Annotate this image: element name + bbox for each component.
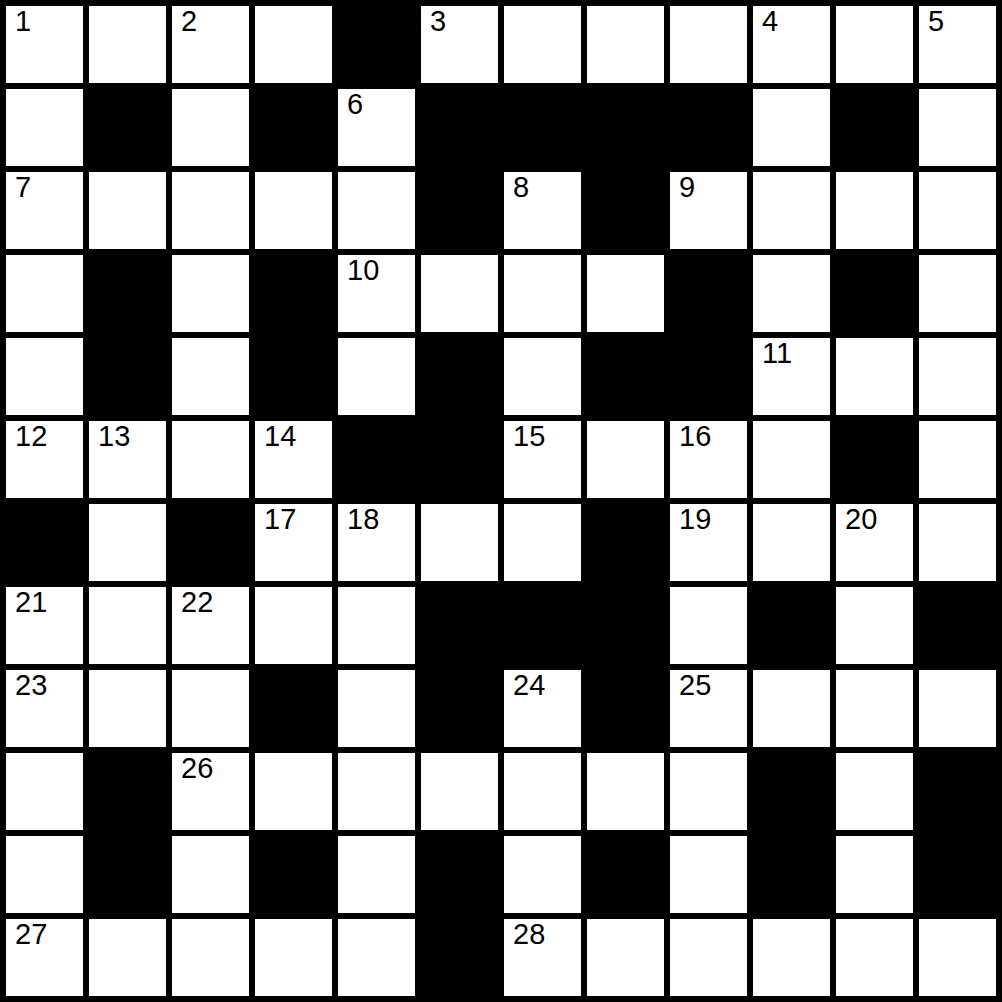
block-r9c1 (89, 753, 166, 830)
block-r4c3 (255, 338, 332, 415)
clue-number-21: 21 (15, 588, 47, 617)
block-r3c1 (89, 255, 166, 332)
cell-r5c1[interactable]: 13 (89, 421, 166, 498)
clue-number-1: 1 (15, 7, 31, 36)
cell-r10c8[interactable] (670, 836, 747, 913)
block-r1c10 (836, 89, 913, 166)
cell-r8c11[interactable] (919, 670, 996, 747)
cell-r2c6[interactable]: 8 (504, 172, 581, 249)
clue-number-20: 20 (845, 505, 877, 534)
cell-r4c10[interactable] (836, 338, 913, 415)
block-r6c7 (587, 504, 664, 581)
cell-r9c7[interactable] (587, 753, 664, 830)
cell-r2c9[interactable] (753, 172, 830, 249)
cell-r8c0[interactable]: 23 (6, 670, 83, 747)
block-r1c1 (89, 89, 166, 166)
cell-r11c6[interactable]: 28 (504, 919, 581, 996)
cell-r0c10[interactable] (836, 6, 913, 83)
cell-r11c0[interactable]: 27 (6, 919, 83, 996)
cell-r2c11[interactable] (919, 172, 996, 249)
clue-number-8: 8 (513, 173, 529, 202)
cell-r7c4[interactable] (338, 587, 415, 664)
block-r10c3 (255, 836, 332, 913)
block-r8c3 (255, 670, 332, 747)
block-r10c7 (587, 836, 664, 913)
cell-r0c2[interactable]: 2 (172, 6, 249, 83)
block-r11c5 (421, 919, 498, 996)
block-r3c8 (670, 255, 747, 332)
cell-r4c2[interactable] (172, 338, 249, 415)
block-r6c0 (6, 504, 83, 581)
cell-r9c2[interactable]: 26 (172, 753, 249, 830)
cell-r3c11[interactable] (919, 255, 996, 332)
cell-r2c1[interactable] (89, 172, 166, 249)
cell-r8c2[interactable] (172, 670, 249, 747)
cell-r6c5[interactable] (421, 504, 498, 581)
cell-r4c9[interactable]: 11 (753, 338, 830, 415)
cell-r1c4[interactable]: 6 (338, 89, 415, 166)
block-r7c7 (587, 587, 664, 664)
cell-r6c1[interactable] (89, 504, 166, 581)
cell-r8c9[interactable] (753, 670, 830, 747)
block-r5c10 (836, 421, 913, 498)
cell-r7c10[interactable] (836, 587, 913, 664)
clue-number-23: 23 (15, 671, 47, 700)
clue-number-15: 15 (513, 422, 545, 451)
clue-number-12: 12 (15, 422, 47, 451)
clue-number-17: 17 (264, 505, 296, 534)
clue-number-5: 5 (928, 7, 944, 36)
cell-r2c3[interactable] (255, 172, 332, 249)
cell-r10c2[interactable] (172, 836, 249, 913)
cell-r9c4[interactable] (338, 753, 415, 830)
block-r10c11 (919, 836, 996, 913)
cell-r4c6[interactable] (504, 338, 581, 415)
cell-r5c8[interactable]: 16 (670, 421, 747, 498)
cell-r4c4[interactable] (338, 338, 415, 415)
cell-r0c3[interactable] (255, 6, 332, 83)
cell-r11c3[interactable] (255, 919, 332, 996)
block-r10c9 (753, 836, 830, 913)
cell-r9c5[interactable] (421, 753, 498, 830)
block-r3c10 (836, 255, 913, 332)
cell-r9c3[interactable] (255, 753, 332, 830)
cell-r2c0[interactable]: 7 (6, 172, 83, 249)
clue-number-2: 2 (181, 7, 197, 36)
cell-r5c3[interactable]: 14 (255, 421, 332, 498)
cell-r3c5[interactable] (421, 255, 498, 332)
cell-r2c8[interactable]: 9 (670, 172, 747, 249)
block-r10c1 (89, 836, 166, 913)
cell-r5c0[interactable]: 12 (6, 421, 83, 498)
block-r1c8 (670, 89, 747, 166)
cell-r2c10[interactable] (836, 172, 913, 249)
cell-r7c2[interactable]: 22 (172, 587, 249, 664)
cell-r0c1[interactable] (89, 6, 166, 83)
cell-r11c2[interactable] (172, 919, 249, 996)
cell-r8c4[interactable] (338, 670, 415, 747)
cell-r6c6[interactable] (504, 504, 581, 581)
cell-r1c2[interactable] (172, 89, 249, 166)
cell-r0c8[interactable] (670, 6, 747, 83)
block-r4c5 (421, 338, 498, 415)
cell-r0c9[interactable]: 4 (753, 6, 830, 83)
block-r7c9 (753, 587, 830, 664)
cell-r0c5[interactable]: 3 (421, 6, 498, 83)
cell-r0c7[interactable] (587, 6, 664, 83)
cell-r0c0[interactable]: 1 (6, 6, 83, 83)
cell-r11c1[interactable] (89, 919, 166, 996)
cell-r6c10[interactable]: 20 (836, 504, 913, 581)
block-r7c5 (421, 587, 498, 664)
cell-r2c2[interactable] (172, 172, 249, 249)
block-r9c11 (919, 753, 996, 830)
cell-r6c3[interactable]: 17 (255, 504, 332, 581)
block-r3c3 (255, 255, 332, 332)
block-r7c11 (919, 587, 996, 664)
cell-r8c10[interactable] (836, 670, 913, 747)
block-r2c7 (587, 172, 664, 249)
block-r10c5 (421, 836, 498, 913)
clue-number-22: 22 (181, 588, 213, 617)
cell-r9c6[interactable] (504, 753, 581, 830)
cell-r8c8[interactable]: 25 (670, 670, 747, 747)
clue-number-6: 6 (347, 90, 363, 119)
cell-r5c7[interactable] (587, 421, 664, 498)
block-r8c5 (421, 670, 498, 747)
clue-number-11: 11 (762, 339, 792, 368)
block-r1c3 (255, 89, 332, 166)
cell-r2c4[interactable] (338, 172, 415, 249)
cell-r9c0[interactable] (6, 753, 83, 830)
clue-number-13: 13 (98, 422, 130, 451)
cell-r4c11[interactable] (919, 338, 996, 415)
cell-r9c8[interactable] (670, 753, 747, 830)
cell-r3c7[interactable] (587, 255, 664, 332)
block-r4c8 (670, 338, 747, 415)
cell-r0c11[interactable]: 5 (919, 6, 996, 83)
block-r2c5 (421, 172, 498, 249)
block-r0c4 (338, 6, 415, 83)
cell-r11c7[interactable] (587, 919, 664, 996)
cell-r11c4[interactable] (338, 919, 415, 996)
cell-r3c4[interactable]: 10 (338, 255, 415, 332)
clue-number-3: 3 (430, 7, 446, 36)
cell-r0c6[interactable] (504, 6, 581, 83)
cell-r9c10[interactable] (836, 753, 913, 830)
cell-r4c0[interactable] (6, 338, 83, 415)
clue-number-10: 10 (347, 256, 379, 285)
clue-number-26: 26 (181, 754, 213, 783)
cell-r6c8[interactable]: 19 (670, 504, 747, 581)
cell-r8c1[interactable] (89, 670, 166, 747)
cell-r7c0[interactable]: 21 (6, 587, 83, 664)
clue-number-9: 9 (679, 173, 695, 202)
cell-r3c2[interactable] (172, 255, 249, 332)
clue-number-18: 18 (347, 505, 379, 534)
cell-r10c4[interactable] (338, 836, 415, 913)
clue-number-7: 7 (15, 173, 31, 202)
cell-r3c9[interactable] (753, 255, 830, 332)
block-r6c2 (172, 504, 249, 581)
block-r4c7 (587, 338, 664, 415)
cell-r7c3[interactable] (255, 587, 332, 664)
cell-r7c8[interactable] (670, 587, 747, 664)
cell-r6c4[interactable]: 18 (338, 504, 415, 581)
cell-r11c8[interactable] (670, 919, 747, 996)
cell-r11c9[interactable] (753, 919, 830, 996)
cell-r5c2[interactable] (172, 421, 249, 498)
cell-r7c1[interactable] (89, 587, 166, 664)
block-r9c9 (753, 753, 830, 830)
clue-number-25: 25 (679, 671, 711, 700)
block-r5c5 (421, 421, 498, 498)
cell-r3c6[interactable] (504, 255, 581, 332)
cell-r10c0[interactable] (6, 836, 83, 913)
block-r5c4 (338, 421, 415, 498)
cell-r10c6[interactable] (504, 836, 581, 913)
block-r1c5 (421, 89, 498, 166)
cell-r1c0[interactable] (6, 89, 83, 166)
cell-r5c9[interactable] (753, 421, 830, 498)
clue-number-14: 14 (264, 422, 296, 451)
cell-r6c9[interactable] (753, 504, 830, 581)
clue-number-19: 19 (679, 505, 711, 534)
clue-number-24: 24 (513, 671, 545, 700)
cell-r11c10[interactable] (836, 919, 913, 996)
block-r1c6 (504, 89, 581, 166)
cell-r8c6[interactable]: 24 (504, 670, 581, 747)
clue-number-27: 27 (15, 920, 47, 949)
crossword-grid: 1234567891011121314151617181920212223242… (0, 0, 1002, 1002)
block-r1c7 (587, 89, 664, 166)
cell-r6c11[interactable] (919, 504, 996, 581)
cell-r3c0[interactable] (6, 255, 83, 332)
clue-number-4: 4 (762, 7, 778, 36)
block-r7c6 (504, 587, 581, 664)
cell-r1c9[interactable] (753, 89, 830, 166)
block-r4c1 (89, 338, 166, 415)
cell-r1c11[interactable] (919, 89, 996, 166)
cell-r10c10[interactable] (836, 836, 913, 913)
block-r8c7 (587, 670, 664, 747)
clue-number-28: 28 (513, 920, 545, 949)
clue-number-16: 16 (679, 422, 711, 451)
cell-r5c11[interactable] (919, 421, 996, 498)
cell-r11c11[interactable] (919, 919, 996, 996)
cell-r5c6[interactable]: 15 (504, 421, 581, 498)
